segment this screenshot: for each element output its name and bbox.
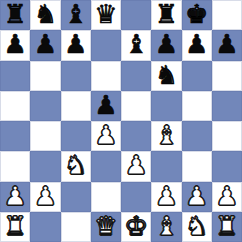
square-g6[interactable]: [182, 61, 212, 91]
square-c2[interactable]: [61, 182, 91, 212]
square-h4[interactable]: [212, 121, 242, 151]
square-g1[interactable]: ♞: [182, 212, 212, 242]
square-d7[interactable]: [91, 30, 121, 60]
black-rook-icon: ♜: [155, 1, 178, 27]
square-b2[interactable]: ♟: [30, 182, 60, 212]
square-e8[interactable]: [121, 0, 151, 30]
square-b5[interactable]: [30, 91, 60, 121]
square-h7[interactable]: ♟: [212, 30, 242, 60]
square-a8[interactable]: ♜: [0, 0, 30, 30]
square-a4[interactable]: [0, 121, 30, 151]
square-f8[interactable]: ♜: [151, 0, 181, 30]
square-e6[interactable]: [121, 61, 151, 91]
white-pawn-icon: ♟: [124, 152, 147, 178]
white-knight-icon: ♞: [64, 152, 87, 178]
black-king-icon: ♚: [185, 1, 208, 27]
square-b4[interactable]: [30, 121, 60, 151]
square-d1[interactable]: ♛: [91, 212, 121, 242]
black-pawn-icon: ♟: [64, 31, 87, 57]
black-pawn-icon: ♟: [185, 31, 208, 57]
white-pawn-icon: ♟: [215, 183, 238, 209]
white-rook-icon: ♜: [3, 213, 26, 239]
white-pawn-icon: ♟: [185, 183, 208, 209]
white-pawn-icon: ♟: [34, 183, 57, 209]
square-c6[interactable]: [61, 61, 91, 91]
white-pawn-icon: ♟: [3, 183, 26, 209]
square-g5[interactable]: [182, 91, 212, 121]
square-h2[interactable]: ♟: [212, 182, 242, 212]
square-c1[interactable]: [61, 212, 91, 242]
black-pawn-icon: ♟: [155, 31, 178, 57]
square-h8[interactable]: [212, 0, 242, 30]
square-g2[interactable]: ♟: [182, 182, 212, 212]
black-pawn-icon: ♟: [215, 31, 238, 57]
square-c7[interactable]: ♟: [61, 30, 91, 60]
square-d5[interactable]: ♟: [91, 91, 121, 121]
square-h3[interactable]: [212, 151, 242, 181]
square-a2[interactable]: ♟: [0, 182, 30, 212]
square-g4[interactable]: [182, 121, 212, 151]
square-h5[interactable]: [212, 91, 242, 121]
square-a7[interactable]: ♟: [0, 30, 30, 60]
square-g7[interactable]: ♟: [182, 30, 212, 60]
square-a1[interactable]: ♜: [0, 212, 30, 242]
square-f4[interactable]: ♝: [151, 121, 181, 151]
white-queen-icon: ♛: [94, 213, 117, 239]
square-e2[interactable]: [121, 182, 151, 212]
black-bishop-icon: ♝: [64, 1, 87, 27]
black-pawn-icon: ♟: [3, 31, 26, 57]
white-knight-icon: ♞: [185, 213, 208, 239]
square-h1[interactable]: ♜: [212, 212, 242, 242]
black-queen-icon: ♛: [94, 1, 117, 27]
square-a3[interactable]: [0, 151, 30, 181]
square-c4[interactable]: [61, 121, 91, 151]
square-d2[interactable]: [91, 182, 121, 212]
black-knight-icon: ♞: [34, 1, 57, 27]
square-e3[interactable]: ♟: [121, 151, 151, 181]
black-pawn-icon: ♟: [94, 92, 117, 118]
square-d6[interactable]: [91, 61, 121, 91]
square-d4[interactable]: ♟: [91, 121, 121, 151]
square-b6[interactable]: [30, 61, 60, 91]
square-b1[interactable]: [30, 212, 60, 242]
square-e7[interactable]: ♝: [121, 30, 151, 60]
square-c3[interactable]: ♞: [61, 151, 91, 181]
white-bishop-icon: ♝: [155, 213, 178, 239]
white-rook-icon: ♜: [215, 213, 238, 239]
square-a5[interactable]: [0, 91, 30, 121]
black-knight-icon: ♞: [155, 62, 178, 88]
square-f5[interactable]: [151, 91, 181, 121]
square-e5[interactable]: [121, 91, 151, 121]
black-bishop-icon: ♝: [124, 31, 147, 57]
square-b8[interactable]: ♞: [30, 0, 60, 30]
square-f6[interactable]: ♞: [151, 61, 181, 91]
black-rook-icon: ♜: [3, 1, 26, 27]
square-d3[interactable]: [91, 151, 121, 181]
square-f3[interactable]: [151, 151, 181, 181]
square-g3[interactable]: [182, 151, 212, 181]
square-e4[interactable]: [121, 121, 151, 151]
square-b3[interactable]: [30, 151, 60, 181]
black-pawn-icon: ♟: [34, 31, 57, 57]
square-d8[interactable]: ♛: [91, 0, 121, 30]
square-a6[interactable]: [0, 61, 30, 91]
square-c8[interactable]: ♝: [61, 0, 91, 30]
square-f1[interactable]: ♝: [151, 212, 181, 242]
white-bishop-icon: ♝: [155, 122, 178, 148]
square-g8[interactable]: ♚: [182, 0, 212, 30]
square-c5[interactable]: [61, 91, 91, 121]
white-pawn-icon: ♟: [155, 183, 178, 209]
square-f2[interactable]: ♟: [151, 182, 181, 212]
white-pawn-icon: ♟: [94, 122, 117, 148]
white-king-icon: ♚: [124, 213, 147, 239]
square-h6[interactable]: [212, 61, 242, 91]
chess-board: ♜♞♝♛♜♚♟♟♟♝♟♟♟♞♟♟♝♞♟♟♟♟♟♟♜♛♚♝♞♜: [0, 0, 242, 242]
square-e1[interactable]: ♚: [121, 212, 151, 242]
square-f7[interactable]: ♟: [151, 30, 181, 60]
square-b7[interactable]: ♟: [30, 30, 60, 60]
